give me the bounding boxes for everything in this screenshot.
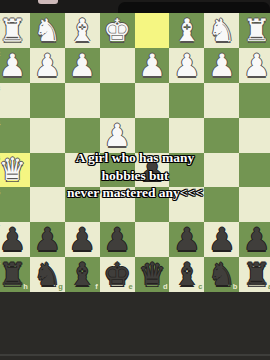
- square-h1[interactable]: 1♜: [0, 13, 30, 48]
- square-e2[interactable]: [100, 48, 135, 83]
- black-rook[interactable]: ♜: [239, 257, 270, 292]
- square-a1[interactable]: ♜: [239, 13, 270, 48]
- white-bishop[interactable]: ♝: [65, 13, 100, 48]
- bottom-bar: [0, 292, 270, 360]
- black-pawn[interactable]: ♟: [65, 222, 100, 257]
- video-frame: 1♜♞♝♚♝♞♜2♟♟♟♟♟♟♟34♟5♛♟67♟♟♟♟♟♟♟8h♜g♞f♝e♚…: [0, 0, 270, 360]
- square-f7[interactable]: ♟: [65, 222, 100, 257]
- square-h2[interactable]: 2♟: [0, 48, 30, 83]
- square-c7[interactable]: ♟: [169, 222, 204, 257]
- white-pawn[interactable]: ♟: [65, 48, 100, 83]
- black-pawn[interactable]: ♟: [0, 222, 30, 257]
- white-king[interactable]: ♚: [100, 13, 135, 48]
- white-pawn[interactable]: ♟: [204, 48, 239, 83]
- square-g8[interactable]: g♞: [30, 257, 65, 292]
- square-g4[interactable]: [30, 118, 65, 153]
- square-c4[interactable]: [169, 118, 204, 153]
- white-pawn[interactable]: ♟: [0, 48, 30, 83]
- square-e7[interactable]: ♟: [100, 222, 135, 257]
- black-king[interactable]: ♚: [100, 257, 135, 292]
- square-d4[interactable]: [135, 118, 170, 153]
- white-pawn[interactable]: ♟: [30, 48, 65, 83]
- black-pawn[interactable]: ♟: [30, 222, 65, 257]
- square-f2[interactable]: ♟: [65, 48, 100, 83]
- caption-overlay: A girl who has many hobbies but never ma…: [0, 149, 270, 202]
- square-e8[interactable]: e♚: [100, 257, 135, 292]
- square-g7[interactable]: ♟: [30, 222, 65, 257]
- square-b2[interactable]: ♟: [204, 48, 239, 83]
- white-knight[interactable]: ♞: [204, 13, 239, 48]
- caption-line-3: never mastered any<<<: [0, 184, 270, 202]
- caption-line-2: hobbies but: [0, 167, 270, 185]
- square-b8[interactable]: b♞: [204, 257, 239, 292]
- black-rook[interactable]: ♜: [0, 257, 30, 292]
- square-a2[interactable]: ♟: [239, 48, 270, 83]
- black-knight[interactable]: ♞: [30, 257, 65, 292]
- square-d7[interactable]: [135, 222, 170, 257]
- square-g3[interactable]: [30, 83, 65, 118]
- white-pawn[interactable]: ♟: [169, 48, 204, 83]
- square-a7[interactable]: ♟: [239, 222, 270, 257]
- white-bishop[interactable]: ♝: [169, 13, 204, 48]
- square-f3[interactable]: [65, 83, 100, 118]
- square-h7[interactable]: 7♟: [0, 222, 30, 257]
- white-pawn[interactable]: ♟: [239, 48, 270, 83]
- square-d1[interactable]: [135, 13, 170, 48]
- square-a3[interactable]: [239, 83, 270, 118]
- white-rook[interactable]: ♜: [239, 13, 270, 48]
- square-e4[interactable]: ♟: [100, 118, 135, 153]
- square-c3[interactable]: [169, 83, 204, 118]
- square-e1[interactable]: ♚: [100, 13, 135, 48]
- black-pawn[interactable]: ♟: [169, 222, 204, 257]
- caption-line-1: A girl who has many: [0, 149, 270, 167]
- black-queen[interactable]: ♛: [135, 257, 170, 292]
- square-f8[interactable]: f♝: [65, 257, 100, 292]
- square-g1[interactable]: ♞: [30, 13, 65, 48]
- video-progress-track[interactable]: [0, 354, 270, 356]
- square-h8[interactable]: 8h♜: [0, 257, 30, 292]
- square-d2[interactable]: ♟: [135, 48, 170, 83]
- black-pawn[interactable]: ♟: [239, 222, 270, 257]
- black-knight[interactable]: ♞: [204, 257, 239, 292]
- square-f1[interactable]: ♝: [65, 13, 100, 48]
- square-b4[interactable]: [204, 118, 239, 153]
- black-pawn[interactable]: ♟: [100, 222, 135, 257]
- black-pawn[interactable]: ♟: [204, 222, 239, 257]
- square-f4[interactable]: [65, 118, 100, 153]
- black-bishop[interactable]: ♝: [169, 257, 204, 292]
- square-b1[interactable]: ♞: [204, 13, 239, 48]
- square-g2[interactable]: ♟: [30, 48, 65, 83]
- square-h3[interactable]: 3: [0, 83, 30, 118]
- square-a8[interactable]: a♜: [239, 257, 270, 292]
- white-knight[interactable]: ♞: [30, 13, 65, 48]
- square-c8[interactable]: c♝: [169, 257, 204, 292]
- cropped-ui-element: [38, 0, 58, 4]
- square-d3[interactable]: [135, 83, 170, 118]
- square-b3[interactable]: [204, 83, 239, 118]
- white-pawn[interactable]: ♟: [100, 118, 135, 153]
- white-rook[interactable]: ♜: [0, 13, 30, 48]
- square-b7[interactable]: ♟: [204, 222, 239, 257]
- black-bishop[interactable]: ♝: [65, 257, 100, 292]
- square-h4[interactable]: 4: [0, 118, 30, 153]
- square-d8[interactable]: d♛: [135, 257, 170, 292]
- white-pawn[interactable]: ♟: [135, 48, 170, 83]
- square-c1[interactable]: ♝: [169, 13, 204, 48]
- square-c2[interactable]: ♟: [169, 48, 204, 83]
- square-e3[interactable]: [100, 83, 135, 118]
- square-a4[interactable]: [239, 118, 270, 153]
